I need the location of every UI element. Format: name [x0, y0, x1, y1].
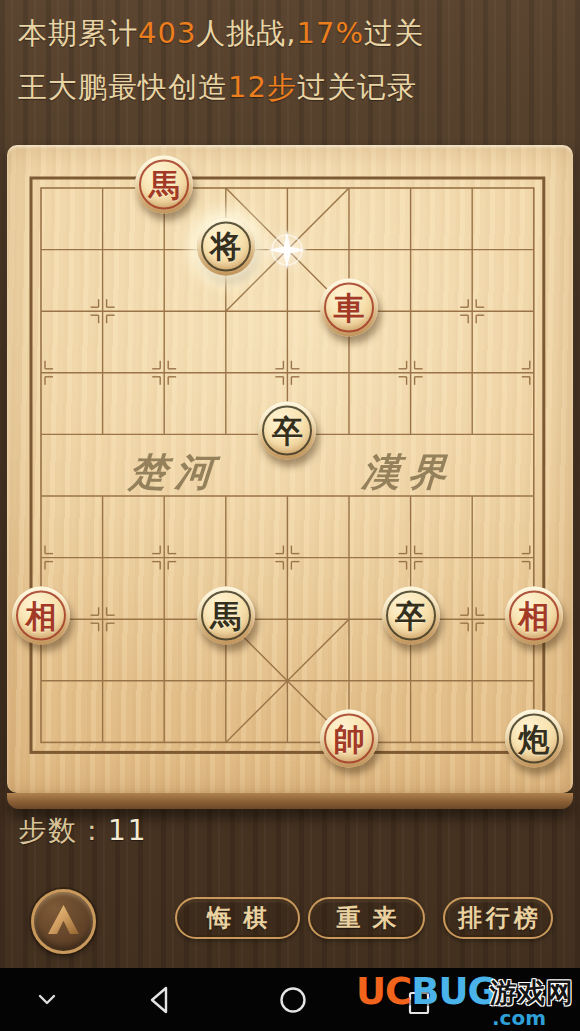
record-prefix: 王大鹏最快创造 [18, 70, 228, 104]
piece-black-soldier[interactable]: 卒 [258, 402, 316, 460]
back-icon[interactable] [145, 984, 175, 1016]
up-arrow-button[interactable] [31, 889, 96, 954]
step-count-label: 步数： [18, 814, 108, 847]
xiangqi-board[interactable]: 楚河 漢界 馬将車卒相馬卒相帥炮 [7, 145, 573, 793]
piece-black-general[interactable]: 将 [197, 217, 255, 275]
app-header: 本期累计403人挑战,17%过关 王大鹏最快创造12步过关记录 [18, 14, 578, 122]
record-line: 王大鹏最快创造12步过关记录 [18, 68, 578, 106]
piece-glyph: 将 [197, 217, 255, 275]
home-icon[interactable] [279, 986, 307, 1014]
river-label-chu-he: 楚河 [127, 447, 223, 498]
piece-glyph: 卒 [382, 587, 440, 645]
piece-black-horse[interactable]: 馬 [197, 587, 255, 645]
piece-red-chariot[interactable]: 車 [320, 279, 378, 337]
piece-glyph: 相 [12, 587, 70, 645]
piece-black-cannon[interactable]: 炮 [505, 710, 563, 768]
hide-navbar-icon[interactable] [33, 985, 61, 1013]
stats-prefix: 本期累计 [18, 16, 138, 50]
river-label-han-jie: 漢界 [360, 447, 456, 498]
piece-red-elephant[interactable]: 相 [12, 587, 70, 645]
piece-glyph: 馬 [135, 156, 193, 214]
app-screen: 本期累计403人挑战,17%过关 王大鹏最快创造12步过关记录 楚河 漢界 馬将… [0, 0, 580, 1031]
ucbug-watermark: UCBUG 游戏网 .com [352, 970, 578, 1030]
piece-glyph: 馬 [197, 587, 255, 645]
leaderboard-button[interactable]: 排行榜 [443, 897, 553, 939]
sparkle-effect [264, 227, 310, 273]
watermark-uc: UC [356, 970, 411, 1013]
piece-red-general[interactable]: 帥 [320, 710, 378, 768]
record-steps: 12步 [228, 70, 297, 104]
piece-glyph: 帥 [320, 710, 378, 768]
board-edge [7, 793, 573, 809]
watermark-bug: BUG [411, 970, 497, 1013]
stats-suffix: 过关 [364, 16, 424, 50]
challenge-stats-line: 本期累计403人挑战,17%过关 [18, 14, 578, 52]
piece-glyph: 相 [505, 587, 563, 645]
piece-glyph: 卒 [258, 402, 316, 460]
watermark-domain: .com [492, 1006, 546, 1030]
challenger-count: 403 [138, 16, 196, 50]
piece-black-soldier[interactable]: 卒 [382, 587, 440, 645]
piece-red-horse[interactable]: 馬 [135, 156, 193, 214]
record-suffix: 过关记录 [297, 70, 417, 104]
undo-button[interactable]: 悔棋 [175, 897, 300, 939]
step-counter: 步数：11 [18, 812, 148, 850]
step-count-value: 11 [108, 814, 148, 847]
up-arrow-icon [48, 905, 79, 934]
piece-glyph: 車 [320, 279, 378, 337]
ucbug-logo: UCBUG [356, 970, 497, 1013]
stats-middle: 人挑战, [196, 16, 296, 50]
piece-glyph: 炮 [505, 710, 563, 768]
piece-red-elephant[interactable]: 相 [505, 587, 563, 645]
restart-button[interactable]: 重来 [308, 897, 425, 939]
pass-rate: 17% [297, 16, 364, 50]
